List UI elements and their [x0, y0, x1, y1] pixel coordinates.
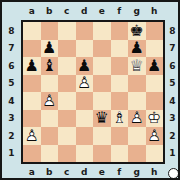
square-c2[interactable]: [58, 127, 76, 145]
square-e7[interactable]: [93, 40, 111, 58]
black-king-glyph: ♚: [128, 22, 146, 40]
square-f2[interactable]: [111, 127, 129, 145]
file-label-h: h: [146, 164, 164, 180]
square-d6[interactable]: ♟: [76, 57, 94, 75]
file-label-a: a: [23, 164, 41, 180]
square-a7[interactable]: [23, 40, 41, 58]
square-e4[interactable]: [93, 92, 111, 110]
square-a2[interactable]: ♟♙: [23, 127, 41, 145]
square-d7[interactable]: [76, 40, 94, 58]
black-pawn[interactable]: ♟: [76, 57, 94, 75]
chess-diagram: abcdefgh abcdefgh 87654321 87654321 ♚♟♟♟…: [0, 0, 180, 180]
square-g6[interactable]: ♛♕: [128, 57, 146, 75]
square-e1[interactable]: [93, 145, 111, 163]
square-b7[interactable]: ♟: [41, 40, 59, 58]
square-g2[interactable]: [128, 127, 146, 145]
rank-label-2: 2: [2, 127, 21, 145]
file-label-c: c: [58, 164, 76, 180]
white-pawn[interactable]: ♟♙: [146, 127, 164, 145]
square-b5[interactable]: [41, 75, 59, 93]
white-queen-outline: ♕: [128, 57, 146, 75]
square-h3[interactable]: ♚♔: [146, 110, 164, 128]
file-label-a: a: [23, 2, 41, 20]
square-f5[interactable]: [111, 75, 129, 93]
square-c6[interactable]: [58, 57, 76, 75]
square-e3[interactable]: ♛: [93, 110, 111, 128]
black-pawn[interactable]: ♟: [128, 40, 146, 58]
square-a3[interactable]: [23, 110, 41, 128]
square-h5[interactable]: [146, 75, 164, 93]
white-king-outline: ♔: [146, 110, 164, 128]
black-pawn[interactable]: ♟: [146, 57, 164, 75]
rank-labels-right: 87654321: [165, 22, 180, 162]
file-label-b: b: [41, 164, 59, 180]
square-e6[interactable]: [93, 57, 111, 75]
square-f7[interactable]: [111, 40, 129, 58]
square-b1[interactable]: [41, 145, 59, 163]
white-pawn-outline: ♙: [128, 110, 146, 128]
rank-label-7: 7: [165, 40, 180, 58]
rank-labels-left: 87654321: [2, 22, 21, 162]
rank-label-1: 1: [165, 145, 180, 163]
white-pawn-outline: ♙: [23, 127, 41, 145]
square-d5[interactable]: ♟♙: [76, 75, 94, 93]
rank-label-6: 6: [165, 57, 180, 75]
square-c1[interactable]: [58, 145, 76, 163]
square-f3[interactable]: ♝♗: [111, 110, 129, 128]
file-label-f: f: [111, 2, 129, 20]
file-label-f: f: [111, 164, 129, 180]
white-pawn[interactable]: ♟♙: [128, 110, 146, 128]
square-g5[interactable]: [128, 75, 146, 93]
square-g3[interactable]: ♟♙: [128, 110, 146, 128]
square-d8[interactable]: [76, 22, 94, 40]
file-label-g: g: [128, 164, 146, 180]
square-c5[interactable]: [58, 75, 76, 93]
square-c8[interactable]: [58, 22, 76, 40]
square-b8[interactable]: [41, 22, 59, 40]
square-d4[interactable]: [76, 92, 94, 110]
square-f8[interactable]: [111, 22, 129, 40]
white-pawn-outline: ♙: [41, 92, 59, 110]
square-a6[interactable]: ♟: [23, 57, 41, 75]
black-pawn[interactable]: ♟: [41, 40, 59, 58]
rank-label-7: 7: [2, 40, 21, 58]
white-bishop[interactable]: ♝♗: [111, 110, 129, 128]
white-queen[interactable]: ♛♕: [128, 57, 146, 75]
rank-label-5: 5: [165, 75, 180, 93]
square-h1[interactable]: [146, 145, 164, 163]
black-pawn-glyph: ♟: [23, 57, 41, 75]
square-a4[interactable]: [23, 92, 41, 110]
file-label-g: g: [128, 2, 146, 20]
black-king[interactable]: ♚: [128, 22, 146, 40]
square-h4[interactable]: [146, 92, 164, 110]
square-b2[interactable]: [41, 127, 59, 145]
file-labels-bottom: abcdefgh: [23, 164, 163, 180]
black-bishop[interactable]: ♝: [41, 57, 59, 75]
white-bishop-outline: ♗: [111, 110, 129, 128]
square-c4[interactable]: [58, 92, 76, 110]
square-b3[interactable]: [41, 110, 59, 128]
file-label-b: b: [41, 2, 59, 20]
white-king[interactable]: ♚♔: [146, 110, 164, 128]
black-bishop-glyph: ♝: [41, 57, 59, 75]
file-label-c: c: [58, 2, 76, 20]
rank-label-3: 3: [165, 110, 180, 128]
square-a5[interactable]: [23, 75, 41, 93]
square-h7[interactable]: [146, 40, 164, 58]
white-pawn[interactable]: ♟♙: [41, 92, 59, 110]
file-label-e: e: [93, 2, 111, 20]
rank-label-1: 1: [2, 145, 21, 163]
file-label-d: d: [76, 2, 94, 20]
square-h6[interactable]: ♟: [146, 57, 164, 75]
square-b6[interactable]: ♝: [41, 57, 59, 75]
white-pawn-outline: ♙: [76, 75, 94, 93]
square-f6[interactable]: [111, 57, 129, 75]
black-pawn-glyph: ♟: [146, 57, 164, 75]
square-e5[interactable]: [93, 75, 111, 93]
square-f1[interactable]: [111, 145, 129, 163]
rank-label-6: 6: [2, 57, 21, 75]
rank-label-8: 8: [2, 22, 21, 40]
square-f4[interactable]: [111, 92, 129, 110]
square-c3[interactable]: [58, 110, 76, 128]
square-h2[interactable]: ♟♙: [146, 127, 164, 145]
black-pawn-glyph: ♟: [128, 40, 146, 58]
square-g7[interactable]: ♟: [128, 40, 146, 58]
file-label-d: d: [76, 164, 94, 180]
rank-label-4: 4: [2, 92, 21, 110]
square-d1[interactable]: [76, 145, 94, 163]
file-label-h: h: [146, 2, 164, 20]
square-d2[interactable]: [76, 127, 94, 145]
rank-label-8: 8: [165, 22, 180, 40]
square-h8[interactable]: [146, 22, 164, 40]
black-queen-glyph: ♛: [93, 110, 111, 128]
rank-label-2: 2: [165, 127, 180, 145]
square-g4[interactable]: [128, 92, 146, 110]
black-pawn-glyph: ♟: [41, 40, 59, 58]
chess-board[interactable]: ♚♟♟♟♝♟♛♕♟♟♙♟♙♛♝♗♟♙♚♔♟♙♟♙: [21, 20, 165, 164]
white-pawn-outline: ♙: [146, 127, 164, 145]
black-queen[interactable]: ♛: [93, 110, 111, 128]
side-to-move-indicator: [168, 168, 179, 179]
white-pawn[interactable]: ♟♙: [76, 75, 94, 93]
square-a8[interactable]: [23, 22, 41, 40]
black-pawn-glyph: ♟: [76, 57, 94, 75]
rank-label-4: 4: [165, 92, 180, 110]
file-labels-top: abcdefgh: [23, 2, 163, 20]
square-c7[interactable]: [58, 40, 76, 58]
square-d3[interactable]: [76, 110, 94, 128]
square-g8[interactable]: ♚: [128, 22, 146, 40]
black-pawn[interactable]: ♟: [23, 57, 41, 75]
rank-label-3: 3: [2, 110, 21, 128]
white-pawn[interactable]: ♟♙: [23, 127, 41, 145]
square-b4[interactable]: ♟♙: [41, 92, 59, 110]
square-e8[interactable]: [93, 22, 111, 40]
square-a1[interactable]: [23, 145, 41, 163]
square-e2[interactable]: [93, 127, 111, 145]
square-g1[interactable]: [128, 145, 146, 163]
rank-label-5: 5: [2, 75, 21, 93]
file-label-e: e: [93, 164, 111, 180]
